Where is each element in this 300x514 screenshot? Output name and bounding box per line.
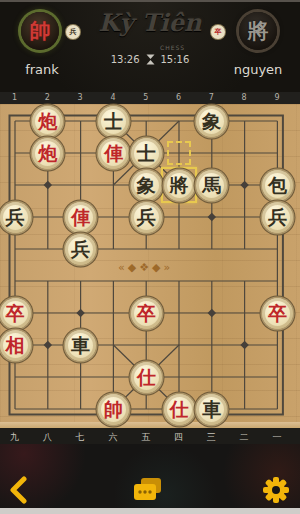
piece-black-士[interactable]: 士 bbox=[98, 106, 129, 137]
piece-black-兵[interactable]: 兵 bbox=[262, 202, 293, 233]
piece-red-仕[interactable]: 仕 bbox=[131, 362, 162, 393]
row-numeral: 五 bbox=[141, 431, 150, 444]
piece-black-兵[interactable]: 兵 bbox=[0, 202, 31, 233]
chat-button[interactable] bbox=[133, 478, 163, 506]
back-chevron-icon bbox=[8, 476, 28, 504]
column-number: 6 bbox=[176, 93, 181, 102]
player-right-badge: 卒 bbox=[211, 25, 225, 39]
timer-right: 15:16 bbox=[161, 54, 190, 65]
piece-red-卒[interactable]: 卒 bbox=[131, 298, 162, 329]
row-numeral: 八 bbox=[43, 431, 52, 444]
player-left-avatar[interactable]: 帥 bbox=[21, 12, 59, 50]
black-general-avatar-glyph: 將 bbox=[248, 17, 269, 45]
player-right-name: nguyen bbox=[218, 62, 298, 77]
settings-button[interactable] bbox=[262, 476, 290, 507]
row-numeral: 一 bbox=[272, 431, 281, 444]
column-numbers: 123456789 bbox=[0, 92, 300, 104]
xiangqi-board[interactable]: «◆❖◆» 炮士象炮俥士象將馬包兵俥兵兵兵卒卒卒相車仕帥仕車 bbox=[0, 104, 300, 428]
player-left-badge: 兵 bbox=[66, 25, 80, 39]
badge-piece-glyph: 卒 bbox=[215, 27, 222, 37]
back-button[interactable] bbox=[8, 476, 28, 507]
player-left-name: frank bbox=[2, 62, 82, 77]
logo-title: Kỳ Tiên bbox=[90, 8, 210, 37]
red-general-avatar-glyph: 帥 bbox=[30, 17, 51, 45]
timer-left: 13:26 bbox=[111, 54, 140, 65]
column-number: 3 bbox=[78, 93, 83, 102]
piece-red-相[interactable]: 相 bbox=[0, 330, 31, 361]
piece-red-卒[interactable]: 卒 bbox=[0, 298, 31, 329]
column-number: 7 bbox=[209, 93, 214, 102]
piece-black-車[interactable]: 車 bbox=[196, 394, 227, 425]
badge-piece-glyph: 兵 bbox=[70, 27, 77, 37]
piece-black-士[interactable]: 士 bbox=[131, 138, 162, 169]
piece-black-兵[interactable]: 兵 bbox=[65, 234, 96, 265]
piece-red-炮[interactable]: 炮 bbox=[32, 106, 63, 137]
bottom-edge-bar bbox=[0, 508, 300, 514]
piece-black-馬[interactable]: 馬 bbox=[196, 170, 227, 201]
chat-icon bbox=[133, 478, 163, 503]
logo-subtitle: CHESS bbox=[160, 44, 185, 51]
row-numeral: 三 bbox=[207, 431, 216, 444]
piece-red-俥[interactable]: 俥 bbox=[98, 138, 129, 169]
column-number: 1 bbox=[12, 93, 17, 102]
hourglass-icon bbox=[146, 54, 155, 65]
piece-black-兵[interactable]: 兵 bbox=[131, 202, 162, 233]
header: 帥 兵 frank Kỳ Tiên CHESS 13:26 15:16 卒 將 … bbox=[0, 2, 300, 92]
gear-icon bbox=[262, 476, 290, 504]
row-numerals: 九八七六五四三二一 bbox=[0, 428, 300, 444]
piece-red-俥[interactable]: 俥 bbox=[65, 202, 96, 233]
piece-black-車[interactable]: 車 bbox=[65, 330, 96, 361]
footer-bar bbox=[0, 444, 300, 508]
piece-black-將[interactable]: 將 bbox=[164, 170, 195, 201]
piece-red-帥[interactable]: 帥 bbox=[98, 394, 129, 425]
piece-red-炮[interactable]: 炮 bbox=[32, 138, 63, 169]
column-number: 2 bbox=[45, 93, 50, 102]
piece-black-包[interactable]: 包 bbox=[262, 170, 293, 201]
column-number: 5 bbox=[143, 93, 148, 102]
column-number: 9 bbox=[274, 93, 279, 102]
timers: 13:26 15:16 bbox=[90, 54, 210, 65]
column-number: 4 bbox=[110, 93, 115, 102]
piece-black-象[interactable]: 象 bbox=[196, 106, 227, 137]
last-move-from-marker bbox=[167, 141, 191, 165]
row-numeral: 七 bbox=[76, 431, 85, 444]
row-numeral: 四 bbox=[174, 431, 183, 444]
row-numeral: 六 bbox=[108, 431, 117, 444]
river-ornament: «◆❖◆» bbox=[118, 261, 173, 274]
player-right-avatar[interactable]: 將 bbox=[239, 12, 277, 50]
piece-black-象[interactable]: 象 bbox=[131, 170, 162, 201]
column-number: 8 bbox=[242, 93, 247, 102]
row-numeral: 九 bbox=[10, 431, 19, 444]
row-numeral: 二 bbox=[240, 431, 249, 444]
piece-red-仕[interactable]: 仕 bbox=[164, 394, 195, 425]
piece-red-卒[interactable]: 卒 bbox=[262, 298, 293, 329]
